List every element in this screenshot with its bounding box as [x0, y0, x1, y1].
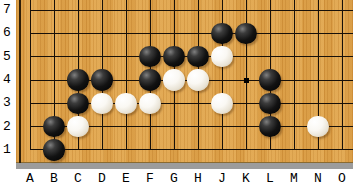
- black-stone-F5: [139, 46, 161, 68]
- cell-J7[interactable]: [210, 0, 234, 22]
- cell-M7[interactable]: [282, 0, 306, 22]
- cell-F4[interactable]: [138, 68, 162, 91]
- column-label-G: G: [166, 170, 182, 187]
- cell-B5[interactable]: [42, 45, 66, 68]
- cell-E1[interactable]: [114, 138, 138, 161]
- black-stone-B1: [43, 139, 65, 161]
- cell-O5[interactable]: [330, 45, 353, 68]
- black-stone-B2: [43, 116, 65, 138]
- black-stone-L2: [259, 116, 281, 138]
- cell-B7[interactable]: [42, 0, 66, 22]
- cell-B3[interactable]: [42, 92, 66, 115]
- cell-C4[interactable]: [66, 68, 90, 91]
- cell-D5[interactable]: [90, 45, 114, 68]
- row-label-5: 5: [0, 49, 14, 65]
- cell-F7[interactable]: [138, 0, 162, 22]
- cell-D3[interactable]: [90, 92, 114, 115]
- cell-C5[interactable]: [66, 45, 90, 68]
- cell-N6[interactable]: [306, 22, 330, 45]
- cell-J6[interactable]: [210, 22, 234, 45]
- column-label-M: M: [286, 170, 302, 187]
- cell-L3[interactable]: [258, 92, 282, 115]
- cell-L6[interactable]: [258, 22, 282, 45]
- column-label-A: A: [22, 170, 38, 187]
- cell-M4[interactable]: [282, 68, 306, 91]
- cell-M3[interactable]: [282, 92, 306, 115]
- cell-F2[interactable]: [138, 115, 162, 138]
- cell-J4[interactable]: [210, 68, 234, 91]
- cell-J2[interactable]: [210, 115, 234, 138]
- white-stone-H4: [187, 69, 209, 91]
- black-stone-C3: [67, 93, 89, 115]
- white-stone-J5: [211, 46, 233, 68]
- go-diagram: 7654321 ABCDEFGHJKLMNO: [0, 0, 353, 188]
- row-label-4: 4: [0, 72, 14, 88]
- white-stone-G4: [163, 69, 185, 91]
- row-label-6: 6: [0, 25, 14, 41]
- cell-A2[interactable]: [18, 115, 42, 138]
- cell-E7[interactable]: [114, 0, 138, 22]
- cell-H7[interactable]: [186, 0, 210, 22]
- white-stone-E3: [115, 93, 137, 115]
- column-label-D: D: [94, 170, 110, 187]
- cell-A7[interactable]: [18, 0, 42, 22]
- row-label-2: 2: [0, 119, 14, 135]
- cell-N1[interactable]: [306, 138, 330, 161]
- white-stone-C2: [67, 116, 89, 138]
- cell-F1[interactable]: [138, 138, 162, 161]
- cell-E6[interactable]: [114, 22, 138, 45]
- cell-O3[interactable]: [330, 92, 353, 115]
- cell-L5[interactable]: [258, 45, 282, 68]
- cell-K6[interactable]: [234, 22, 258, 45]
- cell-M5[interactable]: [282, 45, 306, 68]
- cell-M2[interactable]: [282, 115, 306, 138]
- black-stone-F4: [139, 69, 161, 91]
- row-label-1: 1: [0, 142, 14, 158]
- cell-O1[interactable]: [330, 138, 353, 161]
- cell-D2[interactable]: [90, 115, 114, 138]
- cell-F3[interactable]: [138, 92, 162, 115]
- go-board-grid: [18, 0, 353, 162]
- black-stone-L4: [259, 69, 281, 91]
- cell-H1[interactable]: [186, 138, 210, 161]
- cell-F6[interactable]: [138, 22, 162, 45]
- cell-L7[interactable]: [258, 0, 282, 22]
- cell-G5[interactable]: [162, 45, 186, 68]
- cell-A1[interactable]: [18, 138, 42, 161]
- white-stone-N2: [307, 116, 329, 138]
- column-label-J: J: [214, 170, 230, 187]
- cell-N4[interactable]: [306, 68, 330, 91]
- column-label-E: E: [118, 170, 134, 187]
- cell-G3[interactable]: [162, 92, 186, 115]
- cell-G2[interactable]: [162, 115, 186, 138]
- cell-O7[interactable]: [330, 0, 353, 22]
- cell-K1[interactable]: [234, 138, 258, 161]
- cell-H5[interactable]: [186, 45, 210, 68]
- goban-bottom-shadow: [16, 163, 353, 169]
- cell-J3[interactable]: [210, 92, 234, 115]
- cell-O2[interactable]: [330, 115, 353, 138]
- cell-O4[interactable]: [330, 68, 353, 91]
- black-stone-K6: [235, 23, 257, 45]
- row-label-7: 7: [0, 2, 14, 18]
- cell-A5[interactable]: [18, 45, 42, 68]
- cell-F5[interactable]: [138, 45, 162, 68]
- cell-K3[interactable]: [234, 92, 258, 115]
- cell-B2[interactable]: [42, 115, 66, 138]
- black-stone-J6: [211, 23, 233, 45]
- cell-C3[interactable]: [66, 92, 90, 115]
- cell-J1[interactable]: [210, 138, 234, 161]
- cell-K5[interactable]: [234, 45, 258, 68]
- cell-K2[interactable]: [234, 115, 258, 138]
- cell-C6[interactable]: [66, 22, 90, 45]
- cell-A6[interactable]: [18, 22, 42, 45]
- column-label-O: O: [334, 170, 350, 187]
- cell-G1[interactable]: [162, 138, 186, 161]
- cell-C7[interactable]: [66, 0, 90, 22]
- cell-M1[interactable]: [282, 138, 306, 161]
- black-stone-L3: [259, 93, 281, 115]
- cell-A4[interactable]: [18, 68, 42, 91]
- cell-M6[interactable]: [282, 22, 306, 45]
- cell-L4[interactable]: [258, 68, 282, 91]
- cell-G6[interactable]: [162, 22, 186, 45]
- white-stone-D3: [91, 93, 113, 115]
- cell-B1[interactable]: [42, 138, 66, 161]
- cell-E2[interactable]: [114, 115, 138, 138]
- column-label-L: L: [262, 170, 278, 187]
- cell-B4[interactable]: [42, 68, 66, 91]
- cell-H4[interactable]: [186, 68, 210, 91]
- column-label-B: B: [46, 170, 62, 187]
- cell-C2[interactable]: [66, 115, 90, 138]
- cell-G4[interactable]: [162, 68, 186, 91]
- cell-C1[interactable]: [66, 138, 90, 161]
- cell-K7[interactable]: [234, 0, 258, 22]
- column-label-K: K: [238, 170, 254, 187]
- cell-D6[interactable]: [90, 22, 114, 45]
- column-label-C: C: [70, 170, 86, 187]
- cell-E4[interactable]: [114, 68, 138, 91]
- cell-A3[interactable]: [18, 92, 42, 115]
- white-stone-F3: [139, 93, 161, 115]
- star-point-K4: [244, 78, 249, 83]
- row-label-3: 3: [0, 95, 14, 111]
- black-stone-G5: [163, 46, 185, 68]
- cell-G7[interactable]: [162, 0, 186, 22]
- cell-O6[interactable]: [330, 22, 353, 45]
- cell-E5[interactable]: [114, 45, 138, 68]
- cell-L2[interactable]: [258, 115, 282, 138]
- black-stone-D4: [91, 69, 113, 91]
- cell-N5[interactable]: [306, 45, 330, 68]
- white-stone-J3: [211, 93, 233, 115]
- black-stone-H5: [187, 46, 209, 68]
- black-stone-C4: [67, 69, 89, 91]
- column-label-N: N: [310, 170, 326, 187]
- column-label-H: H: [190, 170, 206, 187]
- cell-D4[interactable]: [90, 68, 114, 91]
- cell-E3[interactable]: [114, 92, 138, 115]
- cell-L1[interactable]: [258, 138, 282, 161]
- column-label-F: F: [142, 170, 158, 187]
- cell-H6[interactable]: [186, 22, 210, 45]
- cell-N3[interactable]: [306, 92, 330, 115]
- cell-N7[interactable]: [306, 0, 330, 22]
- cell-B6[interactable]: [42, 22, 66, 45]
- cell-K4[interactable]: [234, 68, 258, 91]
- cell-N2[interactable]: [306, 115, 330, 138]
- cell-H3[interactable]: [186, 92, 210, 115]
- cell-H2[interactable]: [186, 115, 210, 138]
- cell-D1[interactable]: [90, 138, 114, 161]
- cell-D7[interactable]: [90, 0, 114, 22]
- cell-J5[interactable]: [210, 45, 234, 68]
